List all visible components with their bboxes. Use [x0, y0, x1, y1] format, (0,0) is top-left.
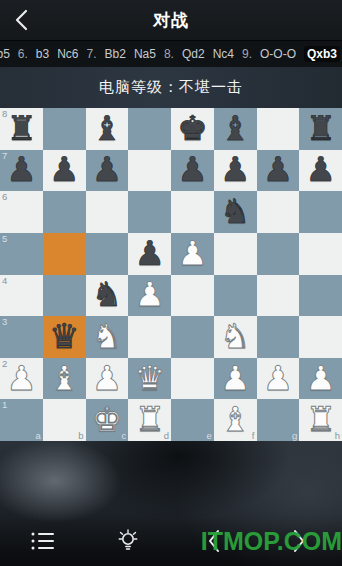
- chevron-left-icon: [207, 529, 221, 553]
- square-d6[interactable]: [128, 191, 171, 233]
- lightbulb-icon: [115, 528, 141, 554]
- square-h2[interactable]: ♟: [299, 358, 342, 400]
- app-window: 对战 b56.b3Nc67.Bb2Na58.Qd2Nc49.O-O-OQxb3 …: [0, 0, 342, 566]
- move-token[interactable]: 9.: [242, 47, 252, 61]
- file-label: g: [292, 431, 297, 441]
- square-f2[interactable]: ♟: [214, 358, 257, 400]
- piece-black-pawn[interactable]: ♟: [6, 152, 36, 186]
- piece-white-knight[interactable]: ♞: [92, 319, 122, 353]
- piece-black-rook[interactable]: ♜: [305, 111, 335, 145]
- engine-level-bar: 电脑等级：不堪一击: [0, 67, 342, 108]
- move-token[interactable]: Bb2: [105, 47, 126, 61]
- piece-white-pawn[interactable]: ♟: [220, 361, 250, 395]
- rank-label: 1: [2, 400, 7, 410]
- piece-white-bishop[interactable]: ♝: [49, 361, 79, 395]
- piece-white-pawn[interactable]: ♟: [134, 277, 164, 311]
- piece-white-bishop[interactable]: ♝: [220, 402, 250, 436]
- square-g1[interactable]: g: [257, 399, 300, 441]
- engine-level-text: 电脑等级：不堪一击: [99, 78, 243, 97]
- square-e8[interactable]: ♚: [171, 108, 214, 150]
- square-g3[interactable]: [257, 316, 300, 358]
- piece-black-knight[interactable]: ♞: [220, 194, 250, 228]
- square-h1[interactable]: h♜: [299, 399, 342, 441]
- file-label: e: [206, 431, 211, 441]
- square-b2[interactable]: ♝: [43, 358, 86, 400]
- file-label: c: [122, 431, 127, 441]
- square-d4[interactable]: ♟: [128, 275, 171, 317]
- square-c7[interactable]: ♟: [86, 150, 129, 192]
- file-label: f: [252, 431, 255, 441]
- square-f3[interactable]: ♞: [214, 316, 257, 358]
- square-h8[interactable]: ♜: [299, 108, 342, 150]
- square-e5[interactable]: ♟: [171, 233, 214, 275]
- piece-black-pawn[interactable]: ♟: [134, 236, 164, 270]
- move-token[interactable]: Na5: [134, 47, 156, 61]
- square-f4[interactable]: [214, 275, 257, 317]
- square-e1[interactable]: e: [171, 399, 214, 441]
- square-a5[interactable]: 5: [0, 233, 43, 275]
- square-f6[interactable]: ♞: [214, 191, 257, 233]
- square-g4[interactable]: [257, 275, 300, 317]
- back-button[interactable]: [0, 0, 44, 40]
- move-token[interactable]: Qd2: [182, 47, 205, 61]
- square-d5[interactable]: ♟: [128, 233, 171, 275]
- square-g5[interactable]: [257, 233, 300, 275]
- file-label: b: [78, 431, 83, 441]
- square-a7[interactable]: 7♟: [0, 150, 43, 192]
- square-e7[interactable]: ♟: [171, 150, 214, 192]
- square-b3[interactable]: ♛: [43, 316, 86, 358]
- list-icon: [30, 530, 56, 552]
- piece-white-knight[interactable]: ♞: [220, 319, 250, 353]
- square-e4[interactable]: [171, 275, 214, 317]
- move-token[interactable]: 8.: [164, 47, 174, 61]
- bottom-area: ITMOP.COM: [0, 441, 342, 566]
- piece-white-pawn[interactable]: ♟: [263, 361, 293, 395]
- piece-black-pawn[interactable]: ♟: [220, 152, 250, 186]
- square-h6[interactable]: [299, 191, 342, 233]
- square-e2[interactable]: [171, 358, 214, 400]
- piece-black-rook[interactable]: ♜: [6, 111, 36, 145]
- square-b5[interactable]: [43, 233, 86, 275]
- piece-black-pawn[interactable]: ♟: [177, 152, 207, 186]
- square-d8[interactable]: [128, 108, 171, 150]
- square-c6[interactable]: [86, 191, 129, 233]
- previous-move-button[interactable]: [171, 516, 257, 566]
- file-label: a: [35, 431, 40, 441]
- piece-black-king[interactable]: ♚: [177, 111, 207, 145]
- square-a6[interactable]: 6: [0, 191, 43, 233]
- square-b8[interactable]: [43, 108, 86, 150]
- square-b6[interactable]: [43, 191, 86, 233]
- piece-black-pawn[interactable]: ♟: [92, 152, 122, 186]
- piece-white-king[interactable]: ♚: [92, 402, 122, 436]
- piece-white-pawn[interactable]: ♟: [92, 361, 122, 395]
- square-g6[interactable]: [257, 191, 300, 233]
- square-g2[interactable]: ♟: [257, 358, 300, 400]
- square-a3[interactable]: 3: [0, 316, 43, 358]
- square-a2[interactable]: 2♟: [0, 358, 43, 400]
- move-token[interactable]: 6.: [18, 47, 28, 61]
- chevron-right-icon: [292, 529, 306, 553]
- square-d2[interactable]: ♛: [128, 358, 171, 400]
- square-d3[interactable]: [128, 316, 171, 358]
- square-e3[interactable]: [171, 316, 214, 358]
- move-token[interactable]: 7.: [87, 47, 97, 61]
- piece-black-pawn[interactable]: ♟: [49, 152, 79, 186]
- rank-label: 4: [2, 276, 7, 286]
- hint-button[interactable]: [86, 516, 172, 566]
- piece-white-rook[interactable]: ♜: [305, 402, 335, 436]
- piece-black-bishop[interactable]: ♝: [92, 111, 122, 145]
- toolbar: [0, 516, 342, 566]
- square-f1[interactable]: f♝: [214, 399, 257, 441]
- square-b7[interactable]: ♟: [43, 150, 86, 192]
- piece-black-bishop[interactable]: ♝: [220, 111, 250, 145]
- square-c1[interactable]: c♚: [86, 399, 129, 441]
- move-token[interactable]: b3: [36, 47, 49, 61]
- square-h3[interactable]: [299, 316, 342, 358]
- top-bar: 对战: [0, 0, 342, 40]
- square-h5[interactable]: [299, 233, 342, 275]
- rank-label: 6: [2, 192, 7, 202]
- page-title: 对战: [0, 9, 342, 32]
- piece-black-pawn[interactable]: ♟: [263, 152, 293, 186]
- square-f8[interactable]: ♝: [214, 108, 257, 150]
- square-c2[interactable]: ♟: [86, 358, 129, 400]
- piece-black-pawn[interactable]: ♟: [305, 152, 335, 186]
- move-token[interactable]: O-O-O: [260, 47, 296, 61]
- square-c4[interactable]: ♞: [86, 275, 129, 317]
- square-f7[interactable]: ♟: [214, 150, 257, 192]
- square-g7[interactable]: ♟: [257, 150, 300, 192]
- move-token[interactable]: Nc4: [213, 47, 234, 61]
- piece-black-knight[interactable]: ♞: [92, 277, 122, 311]
- square-d1[interactable]: d♜: [128, 399, 171, 441]
- next-move-button[interactable]: [257, 516, 342, 566]
- move-list-bar[interactable]: b56.b3Nc67.Bb2Na58.Qd2Nc49.O-O-OQxb3: [0, 40, 342, 67]
- square-d7[interactable]: [128, 150, 171, 192]
- square-a1[interactable]: 1a: [0, 399, 43, 441]
- rank-label: 3: [2, 317, 7, 327]
- piece-white-pawn[interactable]: ♟: [305, 361, 335, 395]
- square-b4[interactable]: [43, 275, 86, 317]
- move-list-button[interactable]: [0, 516, 86, 566]
- square-f5[interactable]: [214, 233, 257, 275]
- square-c8[interactable]: ♝: [86, 108, 129, 150]
- square-c3[interactable]: ♞: [86, 316, 129, 358]
- move-token[interactable]: Nc6: [57, 47, 78, 61]
- square-a8[interactable]: 8♜: [0, 108, 43, 150]
- square-a4[interactable]: 4: [0, 275, 43, 317]
- move-token[interactable]: b5: [0, 47, 10, 61]
- square-b1[interactable]: b: [43, 399, 86, 441]
- rank-label: 5: [2, 234, 7, 244]
- piece-white-rook[interactable]: ♜: [134, 402, 164, 436]
- square-c5[interactable]: [86, 233, 129, 275]
- chess-board: 8♜♝♚♝♜7♟♟♟♟♟♟♟6♞5♟♟4♞♟3♛♞♞2♟♝♟♛♟♟♟1abc♚d…: [0, 108, 342, 441]
- move-token[interactable]: Qxb3: [304, 46, 340, 62]
- square-g8[interactable]: [257, 108, 300, 150]
- piece-white-pawn[interactable]: ♟: [177, 236, 207, 270]
- square-e6[interactable]: [171, 191, 214, 233]
- chevron-left-icon: [14, 9, 30, 31]
- piece-black-queen[interactable]: ♛: [49, 319, 79, 353]
- piece-white-queen[interactable]: ♛: [134, 361, 164, 395]
- piece-white-pawn[interactable]: ♟: [6, 361, 36, 395]
- square-h4[interactable]: [299, 275, 342, 317]
- square-h7[interactable]: ♟: [299, 150, 342, 192]
